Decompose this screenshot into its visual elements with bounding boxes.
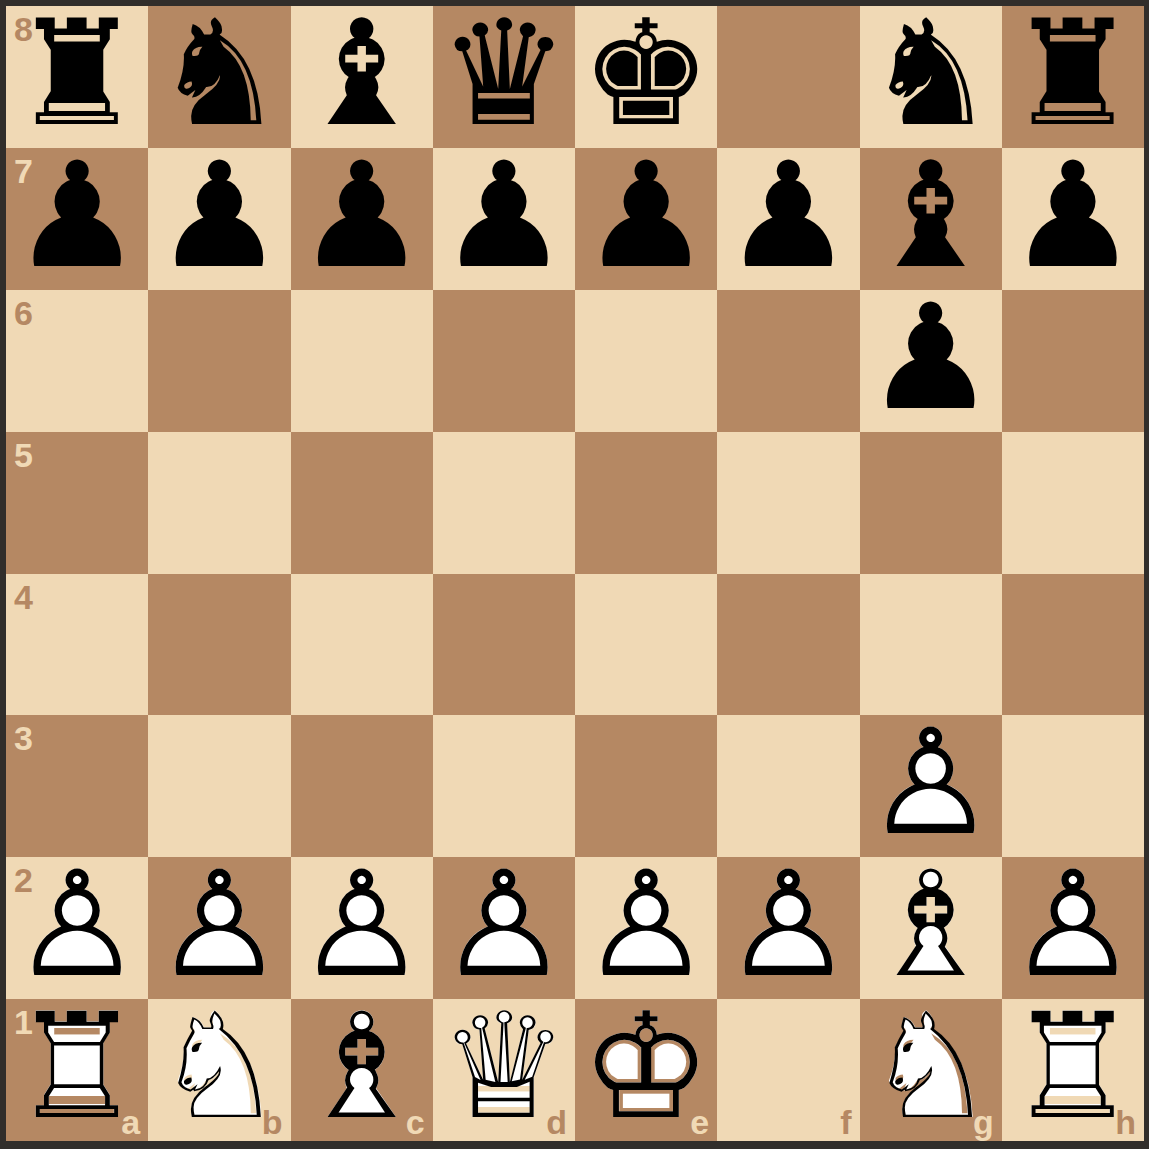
piece-black-pawn[interactable]: ♟ bbox=[148, 148, 290, 290]
square-d5[interactable] bbox=[433, 432, 575, 574]
piece-white-pawn[interactable]: ♟♙ bbox=[148, 857, 290, 999]
square-e8[interactable]: ♚ bbox=[575, 6, 717, 148]
piece-black-knight[interactable]: ♞ bbox=[148, 6, 290, 148]
square-g8[interactable]: ♞ bbox=[860, 6, 1002, 148]
square-c4[interactable] bbox=[291, 574, 433, 716]
square-h2[interactable]: ♟♙ bbox=[1002, 857, 1144, 999]
rank-label-6: 6 bbox=[14, 296, 33, 330]
piece-black-pawn[interactable]: ♟ bbox=[433, 148, 575, 290]
piece-white-pawn[interactable]: ♟♙ bbox=[717, 857, 859, 999]
piece-black-knight[interactable]: ♞ bbox=[860, 6, 1002, 148]
piece-white-pawn[interactable]: ♟♙ bbox=[575, 857, 717, 999]
square-e7[interactable]: ♟ bbox=[575, 148, 717, 290]
square-d4[interactable] bbox=[433, 574, 575, 716]
piece-black-bishop[interactable]: ♝ bbox=[291, 6, 433, 148]
square-a5[interactable]: 5 bbox=[6, 432, 148, 574]
square-f4[interactable] bbox=[717, 574, 859, 716]
piece-glyph-fill: ♟ bbox=[723, 851, 854, 997]
square-a4[interactable]: 4 bbox=[6, 574, 148, 716]
square-f8[interactable] bbox=[717, 6, 859, 148]
piece-glyph-fill: ♟ bbox=[154, 851, 285, 997]
file-label-g: g bbox=[973, 1105, 994, 1139]
square-f5[interactable] bbox=[717, 432, 859, 574]
piece-glyph-fill: ♝ bbox=[296, 0, 427, 146]
square-f6[interactable] bbox=[717, 290, 859, 432]
square-g5[interactable] bbox=[860, 432, 1002, 574]
square-a8[interactable]: 8♜ bbox=[6, 6, 148, 148]
square-d6[interactable] bbox=[433, 290, 575, 432]
piece-glyph-outline: ♙ bbox=[296, 851, 427, 997]
square-d8[interactable]: ♛ bbox=[433, 6, 575, 148]
piece-black-king[interactable]: ♚ bbox=[575, 6, 717, 148]
square-b3[interactable] bbox=[148, 715, 290, 857]
piece-glyph-fill: ♟ bbox=[154, 142, 285, 288]
rank-label-3: 3 bbox=[14, 721, 33, 755]
square-a1[interactable]: 1a♜♖ bbox=[6, 999, 148, 1141]
piece-glyph-fill: ♟ bbox=[581, 851, 712, 997]
file-label-h: h bbox=[1115, 1105, 1136, 1139]
square-b5[interactable] bbox=[148, 432, 290, 574]
piece-glyph-fill: ♟ bbox=[865, 709, 996, 855]
piece-glyph-outline: ♙ bbox=[154, 851, 285, 997]
square-e4[interactable] bbox=[575, 574, 717, 716]
rank-label-2: 2 bbox=[14, 863, 33, 897]
piece-glyph-fill: ♟ bbox=[438, 142, 569, 288]
square-c3[interactable] bbox=[291, 715, 433, 857]
square-g7[interactable]: ♝ bbox=[860, 148, 1002, 290]
rank-label-8: 8 bbox=[14, 12, 33, 46]
piece-glyph-fill: ♟ bbox=[1007, 851, 1138, 997]
piece-glyph-fill: ♚ bbox=[581, 0, 712, 146]
piece-black-pawn[interactable]: ♟ bbox=[575, 148, 717, 290]
square-d1[interactable]: d♛♕ bbox=[433, 999, 575, 1141]
square-b7[interactable]: ♟ bbox=[148, 148, 290, 290]
piece-black-pawn[interactable]: ♟ bbox=[717, 148, 859, 290]
square-e2[interactable]: ♟♙ bbox=[575, 857, 717, 999]
square-h3[interactable] bbox=[1002, 715, 1144, 857]
file-label-f: f bbox=[840, 1105, 851, 1139]
piece-white-pawn[interactable]: ♟♙ bbox=[433, 857, 575, 999]
piece-glyph-outline: ♙ bbox=[865, 709, 996, 855]
square-f2[interactable]: ♟♙ bbox=[717, 857, 859, 999]
square-c1[interactable]: c♝♗ bbox=[291, 999, 433, 1141]
square-h8[interactable]: ♜ bbox=[1002, 6, 1144, 148]
piece-glyph-fill: ♟ bbox=[581, 142, 712, 288]
square-c7[interactable]: ♟ bbox=[291, 148, 433, 290]
piece-white-bishop[interactable]: ♝♗ bbox=[860, 857, 1002, 999]
square-d7[interactable]: ♟ bbox=[433, 148, 575, 290]
piece-glyph-fill: ♞ bbox=[154, 0, 285, 146]
square-h6[interactable] bbox=[1002, 290, 1144, 432]
piece-black-pawn[interactable]: ♟ bbox=[1002, 148, 1144, 290]
square-c6[interactable] bbox=[291, 290, 433, 432]
piece-glyph-fill: ♟ bbox=[1007, 142, 1138, 288]
rank-label-4: 4 bbox=[14, 580, 33, 614]
square-g3[interactable]: ♟♙ bbox=[860, 715, 1002, 857]
square-h5[interactable] bbox=[1002, 432, 1144, 574]
file-label-a: a bbox=[121, 1105, 140, 1139]
piece-glyph-fill: ♜ bbox=[1007, 0, 1138, 146]
file-label-c: c bbox=[406, 1105, 425, 1139]
square-f7[interactable]: ♟ bbox=[717, 148, 859, 290]
piece-glyph-fill: ♟ bbox=[296, 142, 427, 288]
board-frame: 8♜♞♝♛♚♞♜7♟♟♟♟♟♟♝♟6♟543♟♙2♟♙♟♙♟♙♟♙♟♙♟♙♝♗♟… bbox=[0, 0, 1149, 1149]
rank-label-5: 5 bbox=[14, 438, 33, 472]
square-h7[interactable]: ♟ bbox=[1002, 148, 1144, 290]
piece-glyph-outline: ♙ bbox=[438, 851, 569, 997]
file-label-b: b bbox=[262, 1105, 283, 1139]
square-b1[interactable]: b♞♘ bbox=[148, 999, 290, 1141]
piece-glyph-fill: ♟ bbox=[296, 851, 427, 997]
square-a3[interactable]: 3 bbox=[6, 715, 148, 857]
piece-glyph-fill: ♟ bbox=[438, 851, 569, 997]
square-b2[interactable]: ♟♙ bbox=[148, 857, 290, 999]
piece-glyph-fill: ♟ bbox=[865, 284, 996, 430]
square-f1[interactable]: f bbox=[717, 999, 859, 1141]
piece-glyph-fill: ♞ bbox=[865, 0, 996, 146]
square-d2[interactable]: ♟♙ bbox=[433, 857, 575, 999]
square-g1[interactable]: g♞♘ bbox=[860, 999, 1002, 1141]
square-b8[interactable]: ♞ bbox=[148, 6, 290, 148]
piece-glyph-outline: ♙ bbox=[1007, 851, 1138, 997]
piece-black-bishop[interactable]: ♝ bbox=[860, 148, 1002, 290]
file-label-d: d bbox=[546, 1105, 567, 1139]
file-label-e: e bbox=[690, 1105, 709, 1139]
piece-glyph-fill: ♝ bbox=[865, 142, 996, 288]
piece-glyph-fill: ♛ bbox=[438, 0, 569, 146]
square-e1[interactable]: e♚♔ bbox=[575, 999, 717, 1141]
piece-black-pawn[interactable]: ♟ bbox=[860, 290, 1002, 432]
square-d3[interactable] bbox=[433, 715, 575, 857]
piece-black-rook[interactable]: ♜ bbox=[1002, 6, 1144, 148]
square-h1[interactable]: h♜♖ bbox=[1002, 999, 1144, 1141]
piece-glyph-fill: ♟ bbox=[723, 142, 854, 288]
square-a2[interactable]: 2♟♙ bbox=[6, 857, 148, 999]
square-g2[interactable]: ♝♗ bbox=[860, 857, 1002, 999]
square-c8[interactable]: ♝ bbox=[291, 6, 433, 148]
rank-label-7: 7 bbox=[14, 154, 33, 188]
piece-glyph-outline: ♙ bbox=[581, 851, 712, 997]
square-e5[interactable] bbox=[575, 432, 717, 574]
square-f3[interactable] bbox=[717, 715, 859, 857]
square-b4[interactable] bbox=[148, 574, 290, 716]
square-e3[interactable] bbox=[575, 715, 717, 857]
piece-white-pawn[interactable]: ♟♙ bbox=[860, 715, 1002, 857]
piece-black-queen[interactable]: ♛ bbox=[433, 6, 575, 148]
square-e6[interactable] bbox=[575, 290, 717, 432]
piece-glyph-outline: ♙ bbox=[723, 851, 854, 997]
square-b6[interactable] bbox=[148, 290, 290, 432]
square-g4[interactable] bbox=[860, 574, 1002, 716]
square-a6[interactable]: 6 bbox=[6, 290, 148, 432]
piece-white-pawn[interactable]: ♟♙ bbox=[1002, 857, 1144, 999]
square-c5[interactable] bbox=[291, 432, 433, 574]
piece-white-pawn[interactable]: ♟♙ bbox=[291, 857, 433, 999]
piece-glyph-fill: ♝ bbox=[865, 851, 996, 997]
square-a7[interactable]: 7♟ bbox=[6, 148, 148, 290]
chess-board: 8♜♞♝♛♚♞♜7♟♟♟♟♟♟♝♟6♟543♟♙2♟♙♟♙♟♙♟♙♟♙♟♙♝♗♟… bbox=[6, 6, 1144, 1141]
piece-black-pawn[interactable]: ♟ bbox=[291, 148, 433, 290]
square-c2[interactable]: ♟♙ bbox=[291, 857, 433, 999]
square-h4[interactable] bbox=[1002, 574, 1144, 716]
piece-glyph-outline: ♗ bbox=[865, 851, 996, 997]
rank-label-1: 1 bbox=[14, 1005, 33, 1039]
square-g6[interactable]: ♟ bbox=[860, 290, 1002, 432]
